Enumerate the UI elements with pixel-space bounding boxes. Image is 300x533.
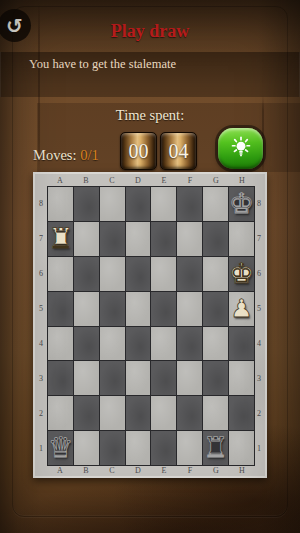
square-f8[interactable] [177, 187, 202, 221]
square-e4[interactable] [151, 327, 176, 361]
square-d2[interactable] [126, 396, 151, 430]
square-g1[interactable]: ♜ [203, 431, 228, 465]
square-h1[interactable] [229, 431, 254, 465]
square-c6[interactable] [100, 257, 125, 291]
square-b4[interactable] [74, 327, 99, 361]
square-e8[interactable] [151, 187, 176, 221]
black-king[interactable]: ♚ [229, 190, 254, 218]
square-c4[interactable] [100, 327, 125, 361]
square-f5[interactable] [177, 292, 202, 326]
square-b8[interactable] [74, 187, 99, 221]
black-rook[interactable]: ♜ [203, 434, 228, 462]
square-a2[interactable] [48, 396, 73, 430]
square-b3[interactable] [74, 361, 99, 395]
square-a6[interactable] [48, 257, 73, 291]
square-e3[interactable] [151, 361, 176, 395]
coord-label: A [47, 174, 73, 186]
coord-label: 7 [35, 221, 47, 256]
hint-button[interactable] [218, 128, 263, 169]
square-b1[interactable] [74, 431, 99, 465]
square-c2[interactable] [100, 396, 125, 430]
coord-label: 6 [35, 256, 47, 291]
coord-label: E [151, 174, 177, 186]
time-spent-label: Time spent: [0, 107, 300, 124]
app-screen: ↺ Play draw You have to get the stalemat… [0, 0, 300, 533]
square-g7[interactable] [203, 222, 228, 256]
square-f7[interactable] [177, 222, 202, 256]
square-c1[interactable] [100, 431, 125, 465]
square-e7[interactable] [151, 222, 176, 256]
square-d4[interactable] [126, 327, 151, 361]
coord-label: C [99, 174, 125, 186]
square-h3[interactable] [229, 361, 254, 395]
board-squares: ♚♜♚♟♛♜ [47, 186, 255, 466]
square-d5[interactable] [126, 292, 151, 326]
rank-labels-left: 87654321 [35, 186, 47, 466]
coord-label: B [73, 174, 99, 186]
square-f2[interactable] [177, 396, 202, 430]
square-a7[interactable]: ♜ [48, 222, 73, 256]
square-d3[interactable] [126, 361, 151, 395]
coord-label: 8 [35, 186, 47, 221]
square-a4[interactable] [48, 327, 73, 361]
instruction-text: You have to get the stalemate [1, 52, 299, 72]
page-title: Play draw [0, 21, 300, 42]
square-a8[interactable] [48, 187, 73, 221]
square-a5[interactable] [48, 292, 73, 326]
square-f3[interactable] [177, 361, 202, 395]
white-rook[interactable]: ♜ [48, 225, 73, 253]
white-king[interactable]: ♚ [229, 260, 254, 288]
square-g6[interactable] [203, 257, 228, 291]
square-c7[interactable] [100, 222, 125, 256]
instruction-banner: You have to get the stalemate [0, 52, 300, 97]
square-g4[interactable] [203, 327, 228, 361]
moves-label: Moves: [33, 147, 77, 163]
square-g8[interactable] [203, 187, 228, 221]
coord-label: G [203, 174, 229, 186]
coord-label: 5 [35, 291, 47, 326]
square-g5[interactable] [203, 292, 228, 326]
coord-label: 1 [35, 431, 47, 466]
timer: 00 04 [120, 132, 197, 170]
coord-label: H [229, 174, 255, 186]
square-e5[interactable] [151, 292, 176, 326]
square-a3[interactable] [48, 361, 73, 395]
square-d8[interactable] [126, 187, 151, 221]
square-e6[interactable] [151, 257, 176, 291]
square-h2[interactable] [229, 396, 254, 430]
square-c3[interactable] [100, 361, 125, 395]
file-labels-top: ABCDEFGH [47, 174, 255, 186]
square-e2[interactable] [151, 396, 176, 430]
coord-label: 3 [35, 361, 47, 396]
square-b7[interactable] [74, 222, 99, 256]
square-g2[interactable] [203, 396, 228, 430]
square-a1[interactable]: ♛ [48, 431, 73, 465]
coord-label: 4 [35, 326, 47, 361]
square-b2[interactable] [74, 396, 99, 430]
black-queen[interactable]: ♛ [48, 434, 73, 462]
moves-value: 0/1 [80, 147, 99, 163]
square-h5[interactable]: ♟ [229, 292, 254, 326]
square-f4[interactable] [177, 327, 202, 361]
white-pawn[interactable]: ♟ [230, 296, 252, 321]
coord-label: F [177, 174, 203, 186]
square-c5[interactable] [100, 292, 125, 326]
square-d7[interactable] [126, 222, 151, 256]
light-bulb-icon [228, 136, 254, 162]
square-c8[interactable] [100, 187, 125, 221]
square-e1[interactable] [151, 431, 176, 465]
timer-minutes: 00 [120, 132, 157, 170]
square-h4[interactable] [229, 327, 254, 361]
square-h6[interactable]: ♚ [229, 257, 254, 291]
square-b5[interactable] [74, 292, 99, 326]
square-g3[interactable] [203, 361, 228, 395]
coord-label: 2 [35, 396, 47, 431]
square-f1[interactable] [177, 431, 202, 465]
square-d6[interactable] [126, 257, 151, 291]
square-h8[interactable]: ♚ [229, 187, 254, 221]
timer-seconds: 04 [160, 132, 197, 170]
square-f6[interactable] [177, 257, 202, 291]
chess-board: ABCDEFGH ABCDEFGH 87654321 87654321 ♚♜♚♟… [33, 172, 267, 478]
coord-label: D [125, 174, 151, 186]
square-b6[interactable] [74, 257, 99, 291]
moves-counter: Moves: 0/1 [33, 147, 99, 164]
square-d1[interactable] [126, 431, 151, 465]
square-h7[interactable] [229, 222, 254, 256]
